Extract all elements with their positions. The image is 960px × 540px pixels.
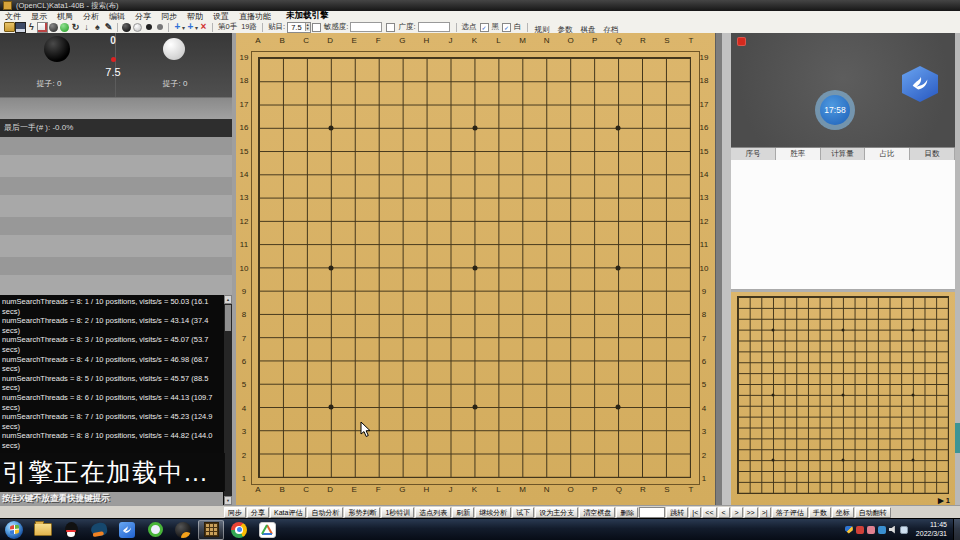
coord-label: F [376,36,381,45]
coord-label: 2 [242,450,246,459]
coord-label: L [496,485,500,494]
bottom-button[interactable]: 继续分析 [475,507,511,518]
coord-label: G [399,36,405,45]
white-checkbox[interactable]: ✓ [502,23,511,32]
green-circle-icon[interactable] [59,22,70,33]
red-tray-icon[interactable] [856,526,864,534]
dark-sphere-icon [175,522,191,538]
taskbar-dark-sphere-app[interactable] [170,520,196,540]
nav-button[interactable]: |< [689,507,701,518]
black-label: 黑 [492,22,500,32]
bottom-button[interactable]: 自动翻转 [855,507,891,518]
taskbar-green-ring-app[interactable] [142,520,168,540]
coord-label: 7 [702,333,706,342]
chart-icon[interactable] [37,22,48,33]
coord-label: 6 [242,357,246,366]
coord-label: J [448,485,452,494]
coord-label: K [472,36,477,45]
timer-text: 17:58 [820,95,850,125]
console-line: numSearchThreads = 8: 5 / 10 positions, … [2,374,222,393]
app-icon [3,1,12,10]
coord-label: 19 [700,53,709,62]
coords-top: ABCDEFGHJKLMNOPQRST [258,36,691,47]
refresh-icon[interactable]: ↻ [70,22,81,33]
windows-flag-icon [10,525,19,535]
clock-icon[interactable] [48,22,59,33]
coords-right: 19181716151413121110987654321 [696,57,712,478]
toolbar: ϟ ↻ ↓ ♠ ✎ + ▾ + ▾ × 第0手 19路 贴目: 7.5 ▴▾ 敏… [0,21,960,33]
bottom-button[interactable]: Kata评估 [270,507,306,518]
nav-button[interactable]: >| [759,507,771,518]
mini-board-move-label: ▶ 1 [938,496,950,505]
app-window: (OpenCL)Kata1-40B - 搜索(布) 文件显示棋局分析编辑分享同步… [0,0,960,540]
coord-label: Q [616,36,622,45]
engine-loading-banner: 引擎正在加载中... [0,453,225,491]
green-ring-icon [148,522,163,537]
coord-label: P [592,36,597,45]
taskbar-clock[interactable]: 11:45 2022/3/31 [916,521,947,538]
console-line: numSearchThreads = 8: 8 / 10 positions, … [2,431,222,450]
bottom-button[interactable]: 删除 [616,507,638,518]
save-icon[interactable] [15,22,26,33]
breadth-input[interactable] [418,22,450,32]
menu-item[interactable]: 分析 [78,11,104,22]
down-arrow-icon[interactable]: ↓ [81,22,92,33]
coord-label: 18 [240,76,249,85]
coord-label: A [255,485,260,494]
taskbar-qq[interactable] [58,520,84,540]
console-line: numSearchThreads = 8: 7 / 10 positions, … [2,412,222,431]
menu-item[interactable]: 同步 [156,11,182,22]
taskbar-thunder[interactable] [114,520,140,540]
chrome-icon [231,522,247,538]
star-point [616,125,621,130]
coord-label: B [279,485,284,494]
white-stone-tool-icon[interactable] [132,22,143,33]
coord-label: 8 [702,310,706,319]
coord-label: M [519,36,526,45]
coord-label: 6 [702,357,706,366]
bottom-button[interactable]: 试下 [512,507,534,518]
black-stone-tool-icon[interactable] [121,22,132,33]
volume-icon[interactable] [889,526,897,534]
folder-icon [34,523,52,536]
coord-label: D [327,485,333,494]
bottom-button[interactable]: 刷新 [452,507,474,518]
menu-item[interactable]: 文件 [0,11,26,22]
coord-label: 15 [240,146,249,155]
small-gray-stone-icon[interactable] [154,22,165,33]
breadth-label: 广度: [398,22,415,32]
coord-label: 3 [242,427,246,436]
jump-move-input[interactable] [639,507,665,518]
star-point [472,405,477,410]
star-point [842,459,845,462]
jump-button[interactable]: 跳转 [666,507,688,518]
bird-app-icon[interactable] [902,66,938,102]
blue-tray-icon[interactable] [878,526,886,534]
star-point [472,265,477,270]
coord-label: N [544,485,550,494]
move-number: 0 [93,35,133,46]
graph-area [0,137,232,295]
console-line: numSearchThreads = 8: 1 / 10 positions, … [2,297,222,316]
spade-icon[interactable]: ♠ [92,22,103,33]
candidate-move-list[interactable] [731,160,955,290]
komi-spinner[interactable]: 7.5 ▴▾ [287,22,311,33]
taskbar-go-app-active[interactable] [198,520,224,540]
windows-taskbar: 11:45 2022/3/31 [0,518,960,540]
taskbar-chrome[interactable] [226,520,252,540]
coords-left: 19181716151413121110987654321 [236,57,252,478]
coord-label: M [519,485,526,494]
bottom-button[interactable]: 坐标 [832,507,854,518]
pick-label: 选点 [462,22,477,32]
nav-button[interactable]: > [731,507,743,518]
bottom-button[interactable]: 分享 [247,507,269,518]
coords-bottom: ABCDEFGHJKLMNOPQRST [258,485,691,496]
menu-item[interactable]: 帮助 [182,11,208,22]
players-info: 0 7.5 提子: 0 提子: 0 [0,33,232,97]
coord-label: 5 [702,380,706,389]
info-strip [0,97,232,120]
komi-value: 7.5 [288,23,304,32]
window-tray-icon[interactable] [900,526,908,534]
mini-go-board[interactable]: ▶ 1 [731,290,955,505]
coord-label: Q [616,485,622,494]
coord-label: 12 [240,216,249,225]
menu-bar: 文件显示棋局分析编辑分享同步帮助设置直播功能 [0,11,276,22]
star-point [842,328,845,331]
nav-button[interactable]: << [702,507,716,518]
star-point [912,459,915,462]
panel-divider[interactable] [715,33,731,505]
open-file-icon[interactable] [4,22,15,33]
bottom-button[interactable]: 1秒特训 [381,507,414,518]
coord-label: T [689,36,694,45]
coord-label: 7 [242,333,246,342]
breadth-checkbox[interactable] [386,23,395,32]
coord-label: 3 [702,427,706,436]
coord-label: 14 [700,169,709,178]
coord-label: A [255,36,260,45]
coord-label: 16 [700,123,709,132]
coord-label: 17 [700,99,709,108]
shortcut-hint: 按住X键不放查看快捷键提示 [0,492,223,505]
star-point [328,405,333,410]
coord-label: R [640,485,646,494]
sensitivity-input[interactable] [350,22,382,32]
coord-label: 15 [700,146,709,155]
white-captures: 提子: 0 [140,78,210,89]
taskbar-triangle-knot-app[interactable] [254,520,280,540]
coord-label: 9 [242,286,246,295]
scroll-up-icon[interactable]: ▲ [224,295,232,304]
bottom-button[interactable]: 设为主分支 [535,507,578,518]
turn-indicator-dot [111,57,116,62]
bottom-button[interactable]: 选点列表 [415,507,451,518]
bottom-button[interactable]: 清空棋盘 [579,507,615,518]
coord-label: 17 [240,99,249,108]
coord-label: 1 [702,474,706,483]
white-player-stone [163,38,185,60]
star-point [842,394,845,397]
mouse-cursor [360,422,372,438]
coord-label: E [352,36,357,45]
system-tray [842,526,908,534]
go-board-grid-icon [204,522,219,537]
toolbar-separator [262,23,263,32]
floppy-icon [15,22,26,33]
coord-label: 2 [702,450,706,459]
thunder-bird-icon [119,522,135,538]
bottom-button[interactable]: 自动分析 [307,507,343,518]
coord-label: P [592,485,597,494]
right-panel: 17:58 序号胜率计算量占比目数 ▶ 1 [731,33,955,505]
coord-label: H [423,485,429,494]
console-line: numSearchThreads = 8: 3 / 10 positions, … [2,335,222,354]
bird-glyph-icon [909,73,931,95]
komi-value-display: 7.5 [93,66,133,78]
small-black-stone-icon[interactable] [143,22,154,33]
sensitivity-checkbox[interactable] [312,23,321,32]
toolbar-separator [527,23,528,32]
menu-item[interactable]: 棋局 [52,11,78,22]
board-grid [258,57,691,478]
menu-item[interactable]: 编辑 [104,11,130,22]
right-scrollbar[interactable] [955,33,960,505]
coord-label: S [664,485,669,494]
record-icon [737,37,746,46]
title-bar: (OpenCL)Kata1-40B - 搜索(布) [0,0,960,11]
star-point [771,459,774,462]
coord-label: C [303,36,309,45]
coord-label: 1 [242,474,246,483]
star-point [328,125,333,130]
coord-label: 10 [700,263,709,272]
star-point [616,405,621,410]
coord-label: H [423,36,429,45]
folder-icon [4,22,15,32]
scroll-down-icon[interactable]: ▼ [224,496,232,505]
coord-label: 18 [700,76,709,85]
black-checkbox[interactable]: ✓ [480,23,489,32]
coord-label: G [399,485,405,494]
console-scrollbar[interactable]: ▲ ▼ [224,295,232,505]
star-point [328,265,333,270]
coord-label: 10 [240,263,249,272]
console-line: numSearchThreads = 8: 4 / 10 positions, … [2,355,222,374]
menu-item[interactable]: 设置 [208,11,234,22]
delete-marker-icon[interactable]: × [198,22,209,33]
coord-label: 8 [242,310,246,319]
board-size-label: 19路 [241,22,257,32]
penguin-icon [65,522,78,538]
white-label: 白 [514,22,522,32]
coord-label: C [303,485,309,494]
coord-label: D [327,36,333,45]
lightning-icon[interactable]: ϟ [26,22,37,33]
star-point [616,265,621,270]
black-captures: 提子: 0 [14,78,84,89]
show-desktop-button[interactable] [953,519,960,540]
menu-item[interactable]: 显示 [26,11,52,22]
coord-label: B [279,36,284,45]
coord-label: R [640,36,646,45]
penguin-swim-icon [90,522,108,538]
coord-label: F [376,485,381,494]
analysis-tabs: 序号胜率计算量占比目数 [731,147,955,161]
coord-label: S [664,36,669,45]
coord-label: 16 [240,123,249,132]
coord-label: 5 [242,380,246,389]
timer-circle: 17:58 [815,90,855,130]
sensitivity-label: 敏感度: [324,22,349,32]
coord-label: 11 [700,240,708,249]
pencil-icon[interactable]: ✎ [103,22,114,33]
bottom-button[interactable]: 落子评估 [772,507,808,518]
console-line: numSearchThreads = 8: 2 / 10 positions, … [2,316,222,335]
coord-label: 11 [240,240,248,249]
coord-label: L [496,36,500,45]
menu-item[interactable]: 直播功能 [234,11,276,22]
pink-tray-icon[interactable] [867,526,875,534]
bottom-button-bar: 同步分享Kata评估自动分析形势判断1秒特训选点列表刷新继续分析试下设为主分支清… [0,505,960,518]
menu-item[interactable]: 分享 [130,11,156,22]
coord-label: J [448,36,452,45]
coord-label: 13 [700,193,709,202]
mini-board-grid [737,296,949,494]
nav-button[interactable]: >> [744,507,758,518]
move-counter-label: 第0手 [218,22,237,32]
coord-label: O [568,485,574,494]
spinner-down-icon: ▾ [307,27,309,31]
star-point [912,328,915,331]
coord-label: T [689,485,694,494]
coord-label: 14 [240,169,249,178]
clock-date: 2022/3/31 [916,530,947,539]
left-panel: 0 7.5 提子: 0 提子: 0 最后一手(# ): -0.0% numSea… [0,33,232,505]
toolbar-separator [212,23,213,32]
toolbar-separator [117,23,118,32]
coord-label: O [568,36,574,45]
coord-label: N [544,36,550,45]
coord-label: 4 [242,403,246,412]
scroll-thumb[interactable] [225,305,231,331]
window-title: (OpenCL)Kata1-40B - 搜索(布) [16,1,119,11]
triangle-knot-icon [259,522,276,538]
taskbar-penguin-app[interactable] [86,520,112,540]
star-point [771,328,774,331]
nav-button[interactable]: < [718,507,730,518]
toolbar-separator [456,23,457,32]
coord-label: 12 [700,216,709,225]
right-scroll-thumb[interactable] [955,423,960,453]
komi-label: 贴目: [268,22,285,32]
coord-label: E [352,485,357,494]
clock-time: 11:45 [916,521,947,530]
black-player-stone [44,36,70,62]
star-point [912,394,915,397]
start-button[interactable] [5,521,23,539]
toolbar-separator [168,23,169,32]
bottom-button[interactable]: 同步 [224,507,246,518]
video-capture-area: 17:58 [731,33,955,147]
bottom-button[interactable]: 手数 [809,507,831,518]
star-point [472,125,477,130]
coord-label: 19 [240,53,249,62]
shield-icon[interactable] [845,526,853,534]
coord-label: 4 [702,403,706,412]
last-move-bar: 最后一手(# ): -0.0% [0,119,232,137]
taskbar-explorer[interactable] [30,520,56,540]
coord-label: K [472,485,477,494]
bottom-button[interactable]: 形势判断 [344,507,380,518]
coord-label: 13 [240,193,249,202]
console-line: numSearchThreads = 8: 6 / 10 positions, … [2,393,222,412]
main-go-board[interactable]: ABCDEFGHJKLMNOPQRST ABCDEFGHJKLMNOPQRST … [232,33,715,505]
coord-label: 9 [702,286,706,295]
star-point [771,394,774,397]
